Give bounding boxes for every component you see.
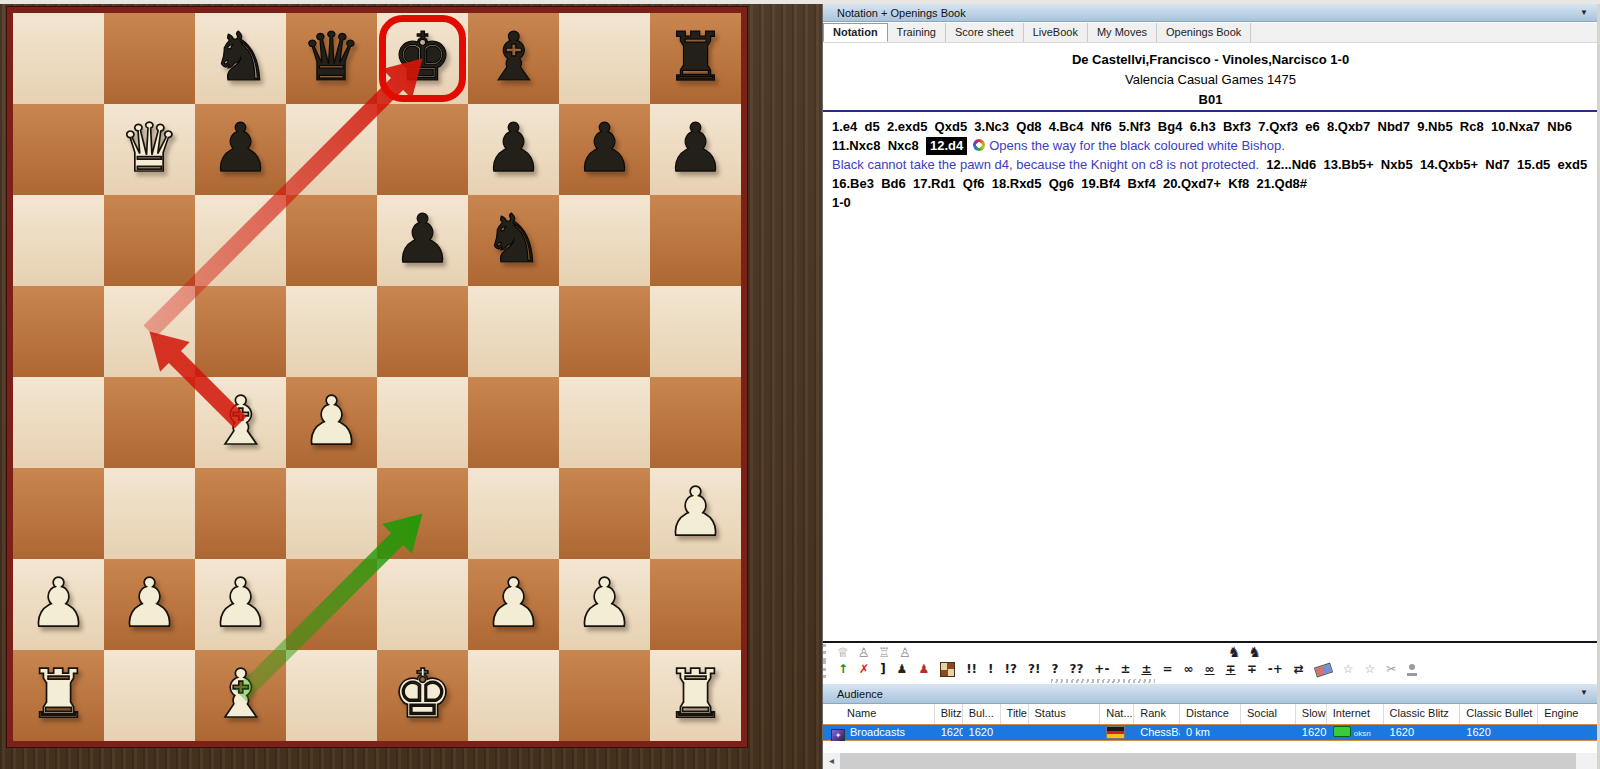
audience-cell-name: ✦Broadcasts — [823, 724, 935, 741]
brilliant-move-icon[interactable]: !! — [966, 662, 977, 677]
window-top-edge — [0, 0, 1600, 4]
audience-table-row[interactable]: ✦Broadcasts16201620ChessBa:0 km1620oksn1… — [823, 724, 1598, 741]
connection-label: oksn — [1354, 729, 1371, 738]
notation-line-2: 11.Nxc8 Nxc8 12.d4Opens the way for the … — [832, 136, 1598, 155]
black-winning-icon[interactable]: -+ — [1268, 662, 1283, 677]
audience-cell-distance: 0 km — [1180, 724, 1241, 741]
compensation-icon[interactable]: ∞ — [1205, 662, 1215, 677]
audience-cell-status — [1028, 724, 1100, 741]
piece-button-0[interactable]: ♕ — [837, 644, 849, 661]
chevron-down-icon[interactable]: ▼ — [1580, 4, 1588, 22]
bracket-icon[interactable]: ] — [880, 662, 885, 677]
tab-openings-book[interactable]: Openings Book — [1157, 23, 1251, 42]
chessbase-window: ♞♛♚♝♜♛♟♟♟♟♟♞♝♟♟♟♟♟♟♟♜♝♚♜ Notation + Open… — [0, 0, 1600, 769]
annotation-overlay — [13, 13, 741, 741]
current-move[interactable]: 12.d4 — [926, 137, 967, 155]
chevron-down-icon[interactable]: ▼ — [1580, 684, 1588, 702]
good-move-icon[interactable]: ! — [988, 662, 993, 677]
audience-column-bul[interactable]: Bul... — [963, 704, 1001, 724]
toolbar-divider — [823, 641, 1598, 643]
equal-icon[interactable]: = — [1163, 662, 1173, 677]
arrow-annotation-c4-b5 — [150, 332, 247, 429]
scrollbar-thumb[interactable] — [840, 753, 1576, 769]
audience-cell-rank: ChessBa: — [1134, 724, 1180, 741]
audience-column-slow[interactable]: Slow — [1296, 704, 1327, 724]
audience-cell-internet: oksn — [1327, 724, 1384, 741]
knight-icons: ♞♞ — [1228, 644, 1261, 660]
game-header: De Castellvi,Francisco - Vinoles,Narcisc… — [823, 42, 1598, 110]
notation-panel: Notation + Openings Book ▼ NotationTrain… — [822, 0, 1598, 769]
notation-line-4: 16.Be3 Bd6 17.Rd1 Qf6 18.Rxd5 Qg6 19.Bf4… — [832, 174, 1598, 193]
game-event: Valencia Casual Games 1475 — [823, 70, 1598, 90]
dubious-move-icon[interactable]: ?! — [1028, 662, 1040, 677]
tab-notation[interactable]: Notation — [823, 23, 888, 42]
move-list[interactable]: 1.e4 d5 2.exd5 Qxd5 3.Nc3 Qd8 4.Bc4 Nf6 … — [823, 112, 1598, 640]
piece-toolbar: ♕♙♖♙ ♞♞ — [823, 644, 1598, 661]
arrow-annotation-c1-e3 — [235, 514, 423, 702]
notation-line-1: 1.e4 d5 2.exd5 Qxd5 3.Nc3 Qd8 4.Bc4 Nf6 … — [832, 117, 1598, 136]
white-winning-icon[interactable]: +- — [1094, 662, 1109, 677]
audience-column-social[interactable]: Social — [1241, 704, 1296, 724]
blunder-icon[interactable]: ?? — [1069, 662, 1083, 677]
scissors-icon[interactable]: ✂ — [1386, 662, 1396, 677]
unclear-icon[interactable]: ∞ — [1184, 662, 1194, 677]
game-eco-code: B01 — [823, 90, 1598, 110]
connection-status-icon — [1333, 726, 1351, 737]
delete-x-icon[interactable]: ✗ — [859, 662, 869, 677]
arrow-annotation-b5-e8 — [144, 59, 423, 338]
board-pane: ♞♛♚♝♜♛♟♟♟♟♟♞♝♟♟♟♟♟♟♟♜♝♚♜ — [0, 0, 822, 769]
mistake-icon[interactable]: ? — [1051, 662, 1058, 677]
audience-column-status[interactable]: Status — [1029, 704, 1101, 724]
counterplay-icon[interactable]: ⇄ — [1294, 662, 1304, 677]
moves-text[interactable]: 16.Be3 Bd6 17.Rd1 Qf6 18.Rxd5 Qg6 19.Bf4… — [832, 176, 1307, 191]
interesting-move-icon[interactable]: !? — [1005, 662, 1017, 677]
audience-cell-engine — [1538, 724, 1598, 741]
audience-cell-blitz: 1620 — [935, 724, 963, 741]
tab-score-sheet[interactable]: Score sheet — [946, 23, 1024, 42]
moves-text[interactable]: 1.e4 d5 2.exd5 Qxd5 3.Nc3 Qd8 4.Bc4 Nf6 … — [832, 119, 1572, 134]
knight-button-1[interactable]: ♞ — [1249, 644, 1262, 660]
audience-column-distance[interactable]: Distance — [1180, 704, 1241, 724]
audience-column-blitz[interactable]: Blitz — [935, 704, 963, 724]
audience-cell-slow: 1620 — [1296, 724, 1327, 741]
audience-cell-title — [1001, 724, 1029, 741]
moves-text[interactable]: 11.Nxc8 Nxc8 — [832, 138, 926, 153]
annotation-text[interactable]: Opens the way for the black coloured whi… — [989, 138, 1285, 153]
splitter-grip-icon — [1051, 679, 1155, 683]
broadcast-icon: ✦ — [831, 729, 845, 741]
audience-cell-classicbullet: 1620 — [1460, 724, 1538, 741]
scroll-left-button[interactable]: ◂ — [823, 753, 840, 769]
germany-flag-icon — [1106, 726, 1125, 739]
notation-titlebar-label: Notation + Openings Book — [837, 7, 966, 19]
audience-column-rank[interactable]: Rank — [1134, 704, 1180, 724]
tab-livebook[interactable]: LiveBook — [1024, 23, 1088, 42]
audience-column-title[interactable]: Title — [1001, 704, 1029, 724]
audience-titlebar-label: Audience — [837, 688, 883, 700]
audience-table-header: NameBlitzBul...TitleStatusNat...RankDist… — [823, 704, 1598, 725]
audience-column-classicbullet[interactable]: Classic Bullet — [1460, 704, 1538, 724]
eraser-icon[interactable] — [1314, 662, 1333, 677]
annotation-text[interactable]: Black cannot take the pawn d4, because t… — [832, 157, 1259, 172]
annotation-ring-icon — [973, 139, 985, 151]
audience-column-name[interactable]: Name — [823, 704, 935, 724]
star-icon[interactable]: ☆ — [1343, 662, 1354, 677]
annotation-toolbar: ↑✗]♟♟!!!!??!???+-±±=∞∞∓∓-+⇄☆☆✂ — [823, 661, 1598, 678]
star-new-icon[interactable]: ☆ — [1365, 662, 1376, 677]
audience-column-nat[interactable]: Nat... — [1100, 704, 1134, 724]
notation-titlebar[interactable]: Notation + Openings Book ▼ — [823, 4, 1598, 22]
piece-entry-icons: ♕♙♖♙ — [837, 644, 911, 661]
audience-titlebar[interactable]: Audience ▼ — [823, 684, 1598, 704]
white-slightly-better-icon[interactable]: ± — [1141, 662, 1151, 677]
black-slightly-better-icon[interactable]: ∓ — [1226, 662, 1236, 677]
audience-cell-classicblitz: 1620 — [1384, 724, 1461, 741]
audience-column-engine[interactable]: Engine — [1538, 704, 1598, 724]
notation-line-3: Black cannot take the pawn d4, because t… — [832, 155, 1598, 174]
tab-my-moves[interactable]: My Moves — [1088, 23, 1157, 42]
white-better-icon[interactable]: ± — [1120, 662, 1130, 677]
stamp-icon[interactable] — [1407, 664, 1417, 676]
board-icon[interactable] — [940, 662, 955, 677]
chess-board-frame: ♞♛♚♝♜♛♟♟♟♟♟♞♝♟♟♟♟♟♟♟♜♝♚♜ — [7, 7, 747, 747]
black-pawn-icon[interactable]: ♟ — [897, 662, 908, 677]
black-better-icon[interactable]: ∓ — [1247, 662, 1257, 677]
game-players: De Castellvi,Francisco - Vinoles,Narcisc… — [823, 50, 1598, 70]
notation-line-5: 1-0 — [832, 193, 1598, 212]
knight-button-0[interactable]: ♞ — [1228, 644, 1241, 660]
audience-cell-bul: 1620 — [963, 724, 1001, 741]
horizontal-scrollbar[interactable]: ◂ — [823, 753, 1598, 769]
audience-cell-social — [1241, 724, 1296, 741]
audience-column-classicblitz[interactable]: Classic Blitz — [1384, 704, 1461, 724]
piece-button-3[interactable]: ♙ — [899, 644, 911, 661]
notation-tabbar: NotationTrainingScore sheetLiveBookMy Mo… — [823, 23, 1598, 43]
red-pawn-icon[interactable]: ♟ — [918, 662, 929, 677]
tab-training[interactable]: Training — [888, 23, 946, 42]
moves-text[interactable]: 12...Nd6 13.Bb5+ Nxb5 14.Qxb5+ Nd7 15.d5… — [1259, 157, 1587, 172]
piece-button-2[interactable]: ♖ — [878, 644, 890, 661]
moves-text[interactable]: 1-0 — [832, 195, 851, 210]
piece-button-1[interactable]: ♙ — [858, 644, 870, 661]
arrow-up-icon[interactable]: ↑ — [838, 662, 848, 677]
audience-cell-nat — [1100, 724, 1134, 741]
audience-column-internet[interactable]: Internet — [1327, 704, 1384, 724]
